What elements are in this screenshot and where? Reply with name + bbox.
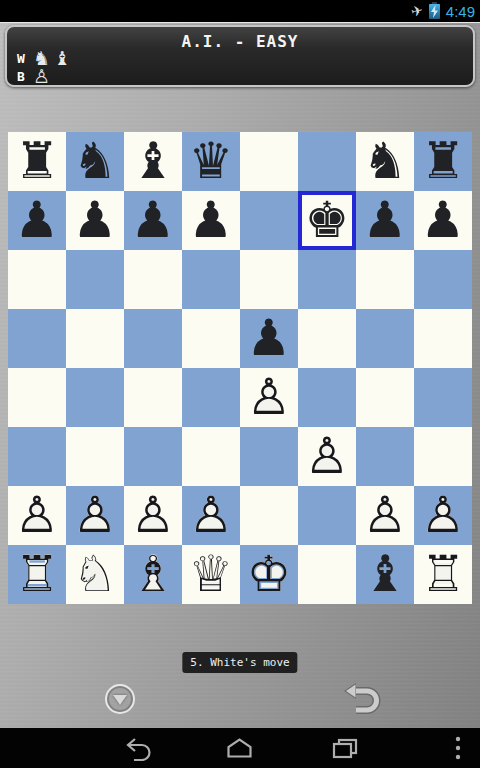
piece-white-pawn: ♟ [66, 486, 124, 545]
piece-black-knight: ♞ [66, 132, 124, 191]
square-c3[interactable] [124, 427, 182, 486]
piece-white-pawn: ♟ [414, 486, 472, 545]
piece-white-queen: ♛ [182, 545, 240, 604]
square-h2[interactable]: ♟♙ [414, 486, 472, 545]
game-header-panel: A.I. - EASY W♞♝ B♙ [5, 25, 475, 87]
show-moves-button[interactable] [105, 684, 135, 714]
piece-white-king-outline: ♔ [240, 545, 298, 604]
piece-black-queen: ♛ [182, 132, 240, 191]
game-mode-title: A.I. - EASY [7, 32, 473, 51]
square-e7[interactable] [240, 191, 298, 250]
piece-white-pawn: ♟ [240, 368, 298, 427]
square-e5[interactable]: ♟ [240, 309, 298, 368]
piece-white-pawn: ♟ [298, 427, 356, 486]
square-e8[interactable] [240, 132, 298, 191]
piece-white-pawn-outline: ♙ [8, 486, 66, 545]
square-a4[interactable] [8, 368, 66, 427]
move-status-badge: 5. White's move [182, 652, 297, 673]
piece-black-pawn: ♟ [414, 191, 472, 250]
square-f1[interactable] [298, 545, 356, 604]
square-b1[interactable]: ♞♘ [66, 545, 124, 604]
status-bar: ✈ 4:49 [0, 0, 480, 22]
square-c8[interactable]: ♝ [124, 132, 182, 191]
piece-white-queen-outline: ♕ [182, 545, 240, 604]
square-g6[interactable] [356, 250, 414, 309]
piece-black-knight: ♞ [356, 132, 414, 191]
square-a2[interactable]: ♟♙ [8, 486, 66, 545]
piece-white-rook-outline: ♖ [414, 545, 472, 604]
square-f8[interactable] [298, 132, 356, 191]
square-d7[interactable]: ♟ [182, 191, 240, 250]
down-arrow-icon [113, 695, 127, 705]
piece-white-pawn-outline: ♙ [240, 368, 298, 427]
nav-home-button[interactable] [214, 728, 264, 768]
piece-white-pawn-outline: ♙ [182, 486, 240, 545]
piece-black-rook: ♜ [8, 132, 66, 191]
square-h5[interactable] [414, 309, 472, 368]
square-a7[interactable]: ♟ [8, 191, 66, 250]
square-e1[interactable]: ♚♔ [240, 545, 298, 604]
airplane-mode-icon: ✈ [410, 3, 424, 19]
undo-move-button[interactable] [343, 683, 381, 715]
piece-white-pawn-outline: ♙ [298, 427, 356, 486]
status-clock: 4:49 [446, 3, 475, 20]
nav-back-button[interactable] [113, 728, 163, 768]
square-g2[interactable]: ♟♙ [356, 486, 414, 545]
piece-white-pawn-outline: ♙ [124, 486, 182, 545]
piece-white-rook: ♜ [8, 545, 66, 604]
square-b6[interactable] [66, 250, 124, 309]
square-g5[interactable] [356, 309, 414, 368]
undo-icon [343, 683, 381, 715]
square-a3[interactable] [8, 427, 66, 486]
nav-recents-button[interactable] [320, 728, 370, 768]
square-h4[interactable] [414, 368, 472, 427]
square-b8[interactable]: ♞ [66, 132, 124, 191]
square-f3[interactable]: ♟♙ [298, 427, 356, 486]
square-g8[interactable]: ♞ [356, 132, 414, 191]
square-h1[interactable]: ♜♖ [414, 545, 472, 604]
captured-row-black: B♙ [17, 67, 50, 85]
home-icon [226, 738, 253, 758]
piece-white-knight: ♞ [66, 545, 124, 604]
square-c1[interactable]: ♝♗ [124, 545, 182, 604]
piece-black-rook: ♜ [414, 132, 472, 191]
piece-black-pawn: ♟ [356, 191, 414, 250]
square-c4[interactable] [124, 368, 182, 427]
piece-white-pawn: ♟ [182, 486, 240, 545]
square-d2[interactable]: ♟♙ [182, 486, 240, 545]
chess-board: ♜♞♝♛♞♜♟♟♟♟♚♟♟♟♟♙♟♙♟♙♟♙♟♙♟♙♟♙♟♙♜♖♞♘♝♗♛♕♚♔… [8, 132, 472, 604]
overflow-menu-icon [455, 736, 461, 760]
piece-black-pawn: ♟ [66, 191, 124, 250]
square-g7[interactable]: ♟ [356, 191, 414, 250]
square-c7[interactable]: ♟ [124, 191, 182, 250]
piece-black-pawn: ♟ [240, 309, 298, 368]
piece-black-bishop: ♝ [356, 545, 414, 604]
square-f5[interactable] [298, 309, 356, 368]
square-g1[interactable]: ♝ [356, 545, 414, 604]
piece-white-king: ♚ [240, 545, 298, 604]
square-h6[interactable] [414, 250, 472, 309]
battery-charging-icon [429, 4, 440, 19]
captured-bishop-icon: ♝ [54, 49, 71, 67]
square-b4[interactable] [66, 368, 124, 427]
piece-black-king: ♚ [298, 191, 356, 250]
recents-icon [332, 738, 358, 759]
square-b7[interactable]: ♟ [66, 191, 124, 250]
square-c6[interactable] [124, 250, 182, 309]
square-a1[interactable]: ♜♖ [8, 545, 66, 604]
square-b5[interactable] [66, 309, 124, 368]
piece-white-rook-outline: ♖ [8, 545, 66, 604]
piece-white-pawn: ♟ [8, 486, 66, 545]
piece-white-pawn: ♟ [124, 486, 182, 545]
piece-white-pawn: ♟ [356, 486, 414, 545]
square-d8[interactable]: ♛ [182, 132, 240, 191]
square-d4[interactable] [182, 368, 240, 427]
square-g3[interactable] [356, 427, 414, 486]
piece-black-bishop: ♝ [124, 132, 182, 191]
square-d5[interactable] [182, 309, 240, 368]
square-e3[interactable] [240, 427, 298, 486]
piece-white-knight-outline: ♘ [66, 545, 124, 604]
piece-white-pawn-outline: ♙ [414, 486, 472, 545]
square-f4[interactable] [298, 368, 356, 427]
piece-white-bishop: ♝ [124, 545, 182, 604]
square-e4[interactable]: ♟♙ [240, 368, 298, 427]
square-b2[interactable]: ♟♙ [66, 486, 124, 545]
square-h7[interactable]: ♟ [414, 191, 472, 250]
piece-black-pawn: ♟ [124, 191, 182, 250]
square-f6[interactable] [298, 250, 356, 309]
captured-label-w: W [17, 51, 29, 66]
square-h3[interactable] [414, 427, 472, 486]
piece-black-pawn: ♟ [8, 191, 66, 250]
piece-black-pawn: ♟ [182, 191, 240, 250]
square-b3[interactable] [66, 427, 124, 486]
piece-white-pawn-outline: ♙ [356, 486, 414, 545]
piece-white-bishop-outline: ♗ [124, 545, 182, 604]
square-a6[interactable] [8, 250, 66, 309]
square-g4[interactable] [356, 368, 414, 427]
square-a5[interactable] [8, 309, 66, 368]
square-h8[interactable]: ♜ [414, 132, 472, 191]
square-e6[interactable] [240, 250, 298, 309]
captured-label-b: B [17, 69, 29, 84]
square-c5[interactable] [124, 309, 182, 368]
square-f2[interactable] [298, 486, 356, 545]
square-d6[interactable] [182, 250, 240, 309]
square-c2[interactable]: ♟♙ [124, 486, 182, 545]
square-f7[interactable]: ♚ [298, 191, 356, 250]
piece-white-rook: ♜ [414, 545, 472, 604]
app-background: A.I. - EASY W♞♝ B♙ ♜♞♝♛♞♜♟♟♟♟♚♟♟♟♟♙♟♙♟♙♟… [0, 22, 480, 728]
piece-white-pawn-outline: ♙ [66, 486, 124, 545]
square-d3[interactable] [182, 427, 240, 486]
android-nav-bar [0, 728, 480, 768]
nav-overflow-menu-button[interactable] [446, 728, 470, 768]
back-icon [123, 736, 153, 761]
square-a8[interactable]: ♜ [8, 132, 66, 191]
square-d1[interactable]: ♛♕ [182, 545, 240, 604]
square-e2[interactable] [240, 486, 298, 545]
captured-pawn-icon: ♙ [33, 67, 50, 85]
